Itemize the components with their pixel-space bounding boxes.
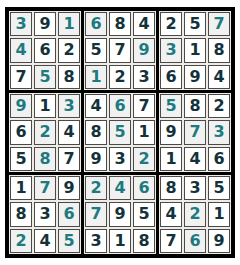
cell-r4c1[interactable]: 9: [10, 94, 32, 118]
cell-r7c1[interactable]: 1: [10, 176, 32, 200]
cell-r9c1[interactable]: 2: [10, 229, 32, 253]
cell-r2c8[interactable]: 1: [184, 38, 206, 62]
sudoku-box-8: 246795318: [83, 174, 157, 255]
cell-r6c9[interactable]: 6: [208, 147, 230, 171]
cell-r8c9[interactable]: 1: [208, 202, 230, 226]
cell-r7c4[interactable]: 2: [85, 176, 107, 200]
cell-r4c8[interactable]: 8: [184, 94, 206, 118]
cell-r8c7[interactable]: 4: [160, 202, 182, 226]
cell-r5c7[interactable]: 9: [160, 120, 182, 144]
cell-r5c5[interactable]: 5: [109, 120, 131, 144]
cell-r5c8[interactable]: 7: [184, 120, 206, 144]
cell-r6c6[interactable]: 2: [133, 147, 155, 171]
cell-r8c2[interactable]: 3: [34, 202, 56, 226]
cell-r2c1[interactable]: 4: [10, 38, 32, 62]
cell-r8c3[interactable]: 6: [58, 202, 80, 226]
cell-r3c2[interactable]: 5: [34, 65, 56, 89]
cell-r2c4[interactable]: 5: [85, 38, 107, 62]
cell-r6c4[interactable]: 9: [85, 147, 107, 171]
cell-r6c1[interactable]: 5: [10, 147, 32, 171]
cell-r9c9[interactable]: 9: [208, 229, 230, 253]
cell-r7c5[interactable]: 4: [109, 176, 131, 200]
cell-r9c6[interactable]: 8: [133, 229, 155, 253]
cell-r1c4[interactable]: 6: [85, 12, 107, 36]
cell-r2c3[interactable]: 2: [58, 38, 80, 62]
cell-r9c2[interactable]: 4: [34, 229, 56, 253]
cell-r4c9[interactable]: 2: [208, 94, 230, 118]
cell-r1c7[interactable]: 2: [160, 12, 182, 36]
sudoku-box-7: 179836245: [8, 174, 82, 255]
cell-r8c8[interactable]: 2: [184, 202, 206, 226]
cell-r2c5[interactable]: 7: [109, 38, 131, 62]
cell-r4c4[interactable]: 4: [85, 94, 107, 118]
cell-r7c6[interactable]: 6: [133, 176, 155, 200]
cell-r1c9[interactable]: 7: [208, 12, 230, 36]
cell-r9c7[interactable]: 7: [160, 229, 182, 253]
cell-r8c4[interactable]: 7: [85, 202, 107, 226]
cell-r6c3[interactable]: 7: [58, 147, 80, 171]
sudoku-box-9: 835421769: [158, 174, 232, 255]
cell-r2c2[interactable]: 6: [34, 38, 56, 62]
sudoku-box-3: 257318694: [158, 10, 232, 91]
cell-r3c1[interactable]: 7: [10, 65, 32, 89]
cell-r2c7[interactable]: 3: [160, 38, 182, 62]
cell-r5c4[interactable]: 8: [85, 120, 107, 144]
cell-r8c1[interactable]: 8: [10, 202, 32, 226]
cell-r3c8[interactable]: 9: [184, 65, 206, 89]
cell-r3c5[interactable]: 2: [109, 65, 131, 89]
cell-r7c2[interactable]: 7: [34, 176, 56, 200]
cell-r2c6[interactable]: 9: [133, 38, 155, 62]
cell-r5c1[interactable]: 6: [10, 120, 32, 144]
cell-r4c3[interactable]: 3: [58, 94, 80, 118]
cell-r3c4[interactable]: 1: [85, 65, 107, 89]
cell-r7c3[interactable]: 9: [58, 176, 80, 200]
cell-r9c5[interactable]: 1: [109, 229, 131, 253]
cell-r4c2[interactable]: 1: [34, 94, 56, 118]
sudoku-box-4: 913624587: [8, 92, 82, 173]
sudoku-box-5: 467851932: [83, 92, 157, 173]
cell-r4c7[interactable]: 5: [160, 94, 182, 118]
sudoku-box-6: 582973146: [158, 92, 232, 173]
cell-r5c2[interactable]: 2: [34, 120, 56, 144]
cell-r8c6[interactable]: 5: [133, 202, 155, 226]
cell-r9c4[interactable]: 3: [85, 229, 107, 253]
cell-r2c9[interactable]: 8: [208, 38, 230, 62]
cell-r7c9[interactable]: 5: [208, 176, 230, 200]
cell-r3c9[interactable]: 4: [208, 65, 230, 89]
cell-r7c8[interactable]: 3: [184, 176, 206, 200]
sudoku-board: 3914627586845791232573186949136245874678…: [5, 7, 235, 258]
cell-r1c1[interactable]: 3: [10, 12, 32, 36]
cell-r1c5[interactable]: 8: [109, 12, 131, 36]
cell-r6c8[interactable]: 4: [184, 147, 206, 171]
cell-r5c3[interactable]: 4: [58, 120, 80, 144]
cell-r3c3[interactable]: 8: [58, 65, 80, 89]
cell-r5c6[interactable]: 1: [133, 120, 155, 144]
cell-r5c9[interactable]: 3: [208, 120, 230, 144]
cell-r1c8[interactable]: 5: [184, 12, 206, 36]
cell-r6c5[interactable]: 3: [109, 147, 131, 171]
cell-r9c3[interactable]: 5: [58, 229, 80, 253]
page: 3914627586845791232573186949136245874678…: [0, 0, 240, 265]
cell-r3c7[interactable]: 6: [160, 65, 182, 89]
cell-r4c6[interactable]: 7: [133, 94, 155, 118]
cell-r9c8[interactable]: 6: [184, 229, 206, 253]
cell-r7c7[interactable]: 8: [160, 176, 182, 200]
sudoku-box-2: 684579123: [83, 10, 157, 91]
cell-r1c3[interactable]: 1: [58, 12, 80, 36]
cell-r3c6[interactable]: 3: [133, 65, 155, 89]
cell-r1c6[interactable]: 4: [133, 12, 155, 36]
cell-r8c5[interactable]: 9: [109, 202, 131, 226]
cell-r4c5[interactable]: 6: [109, 94, 131, 118]
cell-r6c2[interactable]: 8: [34, 147, 56, 171]
cell-r6c7[interactable]: 1: [160, 147, 182, 171]
cell-r1c2[interactable]: 9: [34, 12, 56, 36]
sudoku-box-1: 391462758: [8, 10, 82, 91]
